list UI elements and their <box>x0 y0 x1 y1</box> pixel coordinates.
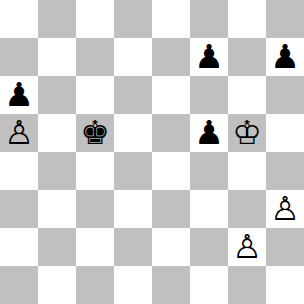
square-c5[interactable]: ♚ <box>76 114 114 152</box>
square-e6[interactable] <box>152 76 190 114</box>
white-pawn-piece[interactable]: ♙ <box>232 230 262 263</box>
square-g1[interactable] <box>228 266 266 304</box>
square-a1[interactable] <box>0 266 38 304</box>
square-d1[interactable] <box>114 266 152 304</box>
square-h7[interactable]: ♟ <box>266 38 304 76</box>
square-d2[interactable] <box>114 228 152 266</box>
square-b2[interactable] <box>38 228 76 266</box>
square-g2[interactable]: ♙ <box>228 228 266 266</box>
square-e2[interactable] <box>152 228 190 266</box>
square-e5[interactable] <box>152 114 190 152</box>
square-h2[interactable] <box>266 228 304 266</box>
square-g5[interactable]: ♔ <box>228 114 266 152</box>
square-f2[interactable] <box>190 228 228 266</box>
square-a2[interactable] <box>0 228 38 266</box>
square-a6[interactable]: ♟ <box>0 76 38 114</box>
square-d5[interactable] <box>114 114 152 152</box>
square-f1[interactable] <box>190 266 228 304</box>
square-g6[interactable] <box>228 76 266 114</box>
square-f4[interactable] <box>190 152 228 190</box>
square-h5[interactable] <box>266 114 304 152</box>
square-c6[interactable] <box>76 76 114 114</box>
square-e3[interactable] <box>152 190 190 228</box>
square-f5[interactable]: ♟ <box>190 114 228 152</box>
white-king-piece[interactable]: ♔ <box>232 116 262 149</box>
square-e4[interactable] <box>152 152 190 190</box>
square-a4[interactable] <box>0 152 38 190</box>
square-e1[interactable] <box>152 266 190 304</box>
chess-board: ♟♟♟♙♚♟♔♙♙ <box>0 0 304 304</box>
square-h1[interactable] <box>266 266 304 304</box>
square-c3[interactable] <box>76 190 114 228</box>
square-c8[interactable] <box>76 0 114 38</box>
square-b3[interactable] <box>38 190 76 228</box>
square-b1[interactable] <box>38 266 76 304</box>
square-g7[interactable] <box>228 38 266 76</box>
square-b7[interactable] <box>38 38 76 76</box>
square-f3[interactable] <box>190 190 228 228</box>
square-d6[interactable] <box>114 76 152 114</box>
square-e7[interactable] <box>152 38 190 76</box>
square-d8[interactable] <box>114 0 152 38</box>
square-g3[interactable] <box>228 190 266 228</box>
white-pawn-piece[interactable]: ♙ <box>270 192 300 225</box>
square-c1[interactable] <box>76 266 114 304</box>
square-g8[interactable] <box>228 0 266 38</box>
black-pawn-piece[interactable]: ♟ <box>4 78 34 111</box>
chess-diagram: ♟♟♟♙♚♟♔♙♙ <box>0 0 304 304</box>
square-c4[interactable] <box>76 152 114 190</box>
square-c2[interactable] <box>76 228 114 266</box>
square-a7[interactable] <box>0 38 38 76</box>
black-pawn-piece[interactable]: ♟ <box>194 116 224 149</box>
square-c7[interactable] <box>76 38 114 76</box>
square-b5[interactable] <box>38 114 76 152</box>
square-h8[interactable] <box>266 0 304 38</box>
square-b8[interactable] <box>38 0 76 38</box>
square-g4[interactable] <box>228 152 266 190</box>
square-e8[interactable] <box>152 0 190 38</box>
square-f8[interactable] <box>190 0 228 38</box>
black-pawn-piece[interactable]: ♟ <box>270 40 300 73</box>
square-h3[interactable]: ♙ <box>266 190 304 228</box>
black-king-piece[interactable]: ♚ <box>80 116 110 149</box>
square-b6[interactable] <box>38 76 76 114</box>
square-d7[interactable] <box>114 38 152 76</box>
square-a8[interactable] <box>0 0 38 38</box>
square-h6[interactable] <box>266 76 304 114</box>
square-b4[interactable] <box>38 152 76 190</box>
square-f7[interactable]: ♟ <box>190 38 228 76</box>
square-d3[interactable] <box>114 190 152 228</box>
black-pawn-piece[interactable]: ♟ <box>194 40 224 73</box>
square-a5[interactable]: ♙ <box>0 114 38 152</box>
square-a3[interactable] <box>0 190 38 228</box>
white-pawn-piece[interactable]: ♙ <box>4 116 34 149</box>
square-f6[interactable] <box>190 76 228 114</box>
square-d4[interactable] <box>114 152 152 190</box>
square-h4[interactable] <box>266 152 304 190</box>
